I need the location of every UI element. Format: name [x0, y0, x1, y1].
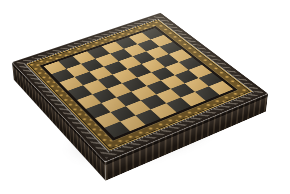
product-photo-scene: [0, 0, 290, 194]
